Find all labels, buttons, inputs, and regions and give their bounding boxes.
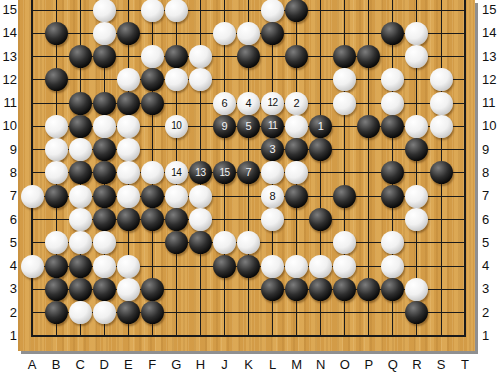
row-label-right-2: 2 (482, 305, 498, 321)
col-label-E: E (118, 357, 138, 373)
stone-M4[interactable] (285, 255, 308, 278)
row-label-left-2: 2 (1, 305, 17, 321)
row-label-left-11: 11 (1, 95, 17, 111)
col-label-A: A (22, 357, 42, 373)
stone-B4[interactable] (45, 255, 68, 278)
stone-H5[interactable] (189, 231, 212, 254)
stone-C3[interactable] (69, 278, 92, 301)
col-label-M: M (287, 357, 307, 373)
stone-E4[interactable] (117, 255, 140, 278)
stone-L6[interactable] (261, 208, 284, 231)
stone-B3[interactable] (45, 278, 68, 301)
col-label-Q: Q (383, 357, 403, 373)
row-label-left-15: 15 (1, 2, 17, 18)
stone-N9[interactable] (309, 138, 332, 161)
stone-L10[interactable]: 11 (261, 115, 284, 138)
col-label-L: L (263, 357, 283, 373)
stone-D15[interactable] (93, 0, 116, 22)
stone-Q4[interactable] (381, 255, 404, 278)
stone-R10[interactable] (405, 115, 428, 138)
stone-F7[interactable] (141, 185, 164, 208)
stone-C13[interactable] (69, 45, 92, 68)
stone-O7[interactable] (333, 185, 356, 208)
stone-D4[interactable] (93, 255, 116, 278)
stone-B2[interactable] (45, 301, 68, 324)
stone-L4[interactable] (261, 255, 284, 278)
move-number-8: 8 (270, 191, 276, 202)
stone-H6[interactable] (189, 208, 212, 231)
stone-D11[interactable] (93, 92, 116, 115)
stone-Q10[interactable] (381, 115, 404, 138)
stone-N10[interactable]: 1 (309, 115, 332, 138)
stone-Q3[interactable] (381, 278, 404, 301)
stone-E3[interactable] (117, 278, 140, 301)
stone-C6[interactable] (69, 208, 92, 231)
row-label-right-15: 15 (482, 2, 498, 18)
stone-D8[interactable] (93, 161, 116, 184)
move-number-4: 4 (245, 98, 251, 109)
row-label-left-7: 7 (1, 188, 17, 204)
stone-J10[interactable]: 9 (213, 115, 236, 138)
stone-F15[interactable] (141, 0, 164, 22)
stone-N3[interactable] (309, 278, 332, 301)
move-number-2: 2 (294, 98, 300, 109)
col-label-B: B (46, 357, 66, 373)
stone-E12[interactable] (117, 68, 140, 91)
move-number-15: 15 (219, 168, 229, 178)
stone-R14[interactable] (405, 22, 428, 45)
stone-O3[interactable] (333, 278, 356, 301)
stone-M11[interactable]: 2 (285, 92, 308, 115)
row-label-right-7: 7 (482, 188, 498, 204)
stone-H7[interactable] (189, 185, 212, 208)
col-label-O: O (335, 357, 355, 373)
row-label-left-12: 12 (1, 72, 17, 88)
move-number-3: 3 (270, 144, 276, 155)
row-label-left-8: 8 (1, 165, 17, 181)
stone-M10[interactable] (285, 115, 308, 138)
row-label-right-8: 8 (482, 165, 498, 181)
stone-E8[interactable] (117, 161, 140, 184)
grid-line-row-1 (31, 335, 466, 337)
move-number-9: 9 (221, 121, 227, 132)
move-number-11: 11 (268, 121, 277, 131)
move-number-12: 12 (268, 98, 278, 108)
stone-R6[interactable] (405, 208, 428, 231)
stone-B7[interactable] (45, 185, 68, 208)
stone-C9[interactable] (69, 138, 92, 161)
stone-S8[interactable] (430, 161, 453, 184)
row-label-right-11: 11 (482, 95, 498, 111)
move-number-1: 1 (318, 121, 324, 132)
stone-J5[interactable] (213, 231, 236, 254)
stone-Q11[interactable] (381, 92, 404, 115)
col-label-P: P (359, 357, 379, 373)
stone-L11[interactable]: 12 (261, 92, 284, 115)
row-label-left-9: 9 (1, 142, 17, 158)
stone-O13[interactable] (333, 45, 356, 68)
stone-L8[interactable] (261, 161, 284, 184)
stone-C11[interactable] (69, 92, 92, 115)
stone-C2[interactable] (69, 301, 92, 324)
stone-D9[interactable] (93, 138, 116, 161)
stone-F13[interactable] (141, 45, 164, 68)
stone-D7[interactable] (93, 185, 116, 208)
stone-E2[interactable] (117, 301, 140, 324)
move-number-10: 10 (171, 121, 181, 131)
stone-Q8[interactable] (381, 161, 404, 184)
stone-H8[interactable]: 13 (189, 161, 212, 184)
stone-N4[interactable] (309, 255, 332, 278)
row-label-right-14: 14 (482, 25, 498, 41)
stone-C5[interactable] (69, 231, 92, 254)
stone-J14[interactable] (213, 22, 236, 45)
col-label-H: H (190, 357, 210, 373)
stone-K4[interactable] (237, 255, 260, 278)
stone-Q14[interactable] (381, 22, 404, 45)
stone-Q5[interactable] (381, 231, 404, 254)
stone-S12[interactable] (430, 68, 453, 91)
stone-F2[interactable] (141, 301, 164, 324)
row-label-left-1: 1 (1, 328, 17, 344)
stone-G13[interactable] (165, 45, 188, 68)
stone-O11[interactable] (333, 92, 356, 115)
row-label-right-13: 13 (482, 49, 498, 65)
stone-C10[interactable] (69, 115, 92, 138)
stone-G12[interactable] (165, 68, 188, 91)
stone-D2[interactable] (93, 301, 116, 324)
stone-S10[interactable] (430, 115, 453, 138)
stone-H13[interactable] (189, 45, 212, 68)
row-label-right-5: 5 (482, 235, 498, 251)
stone-D13[interactable] (93, 45, 116, 68)
row-label-left-4: 4 (1, 258, 17, 274)
stone-D6[interactable] (93, 208, 116, 231)
move-number-7: 7 (245, 167, 251, 178)
stone-F3[interactable] (141, 278, 164, 301)
stone-D14[interactable] (93, 22, 116, 45)
row-label-right-9: 9 (482, 142, 498, 158)
stone-M7[interactable] (285, 185, 308, 208)
stone-M13[interactable] (285, 45, 308, 68)
col-label-K: K (239, 357, 259, 373)
stone-E11[interactable] (117, 92, 140, 115)
stone-D5[interactable] (93, 231, 116, 254)
stone-E7[interactable] (117, 185, 140, 208)
stone-G15[interactable] (165, 0, 188, 22)
stone-N6[interactable] (309, 208, 332, 231)
screen: 641221095111314131578 ABCDEFGHJKLMNOPQRS… (0, 0, 500, 380)
stone-K13[interactable] (237, 45, 260, 68)
col-label-R: R (407, 357, 427, 373)
stone-L3[interactable] (261, 278, 284, 301)
stone-H12[interactable] (189, 68, 212, 91)
col-label-C: C (70, 357, 90, 373)
row-label-right-4: 4 (482, 258, 498, 274)
stone-B14[interactable] (45, 22, 68, 45)
stone-B12[interactable] (45, 68, 68, 91)
stone-S11[interactable] (430, 92, 453, 115)
stone-O5[interactable] (333, 231, 356, 254)
stone-K8[interactable]: 7 (237, 161, 260, 184)
stone-E10[interactable] (117, 115, 140, 138)
stone-E6[interactable] (117, 208, 140, 231)
stone-M3[interactable] (285, 278, 308, 301)
row-label-left-5: 5 (1, 235, 17, 251)
stone-R7[interactable] (405, 185, 428, 208)
stone-P3[interactable] (357, 278, 380, 301)
stone-C7[interactable] (69, 185, 92, 208)
go-board[interactable]: 641221095111314131578 (18, 0, 475, 351)
row-label-right-3: 3 (482, 281, 498, 297)
stone-L15[interactable] (261, 0, 284, 22)
col-label-S: S (431, 357, 451, 373)
col-label-T: T (455, 357, 475, 373)
stone-K10[interactable]: 5 (237, 115, 260, 138)
stone-R13[interactable] (405, 45, 428, 68)
stone-B8[interactable] (45, 161, 68, 184)
grid-line-col-T (464, 0, 466, 337)
row-label-left-10: 10 (1, 118, 17, 134)
col-label-G: G (166, 357, 186, 373)
col-label-F: F (142, 357, 162, 373)
stone-B10[interactable] (45, 115, 68, 138)
stone-K5[interactable] (237, 231, 260, 254)
stone-M15[interactable] (285, 0, 308, 22)
stone-K11[interactable]: 4 (237, 92, 260, 115)
stone-J4[interactable] (213, 255, 236, 278)
stone-G5[interactable] (165, 231, 188, 254)
stone-G7[interactable] (165, 185, 188, 208)
stone-B9[interactable] (45, 138, 68, 161)
stone-L14[interactable] (261, 22, 284, 45)
grid-line-col-A (31, 0, 33, 337)
col-label-N: N (311, 357, 331, 373)
stone-P10[interactable] (357, 115, 380, 138)
stone-G6[interactable] (165, 208, 188, 231)
col-label-D: D (94, 357, 114, 373)
row-label-left-6: 6 (1, 212, 17, 228)
stone-F11[interactable] (141, 92, 164, 115)
stone-F12[interactable] (141, 68, 164, 91)
stone-M8[interactable] (285, 161, 308, 184)
stone-J8[interactable]: 15 (213, 161, 236, 184)
stone-L9[interactable]: 3 (261, 138, 284, 161)
row-label-left-3: 3 (1, 281, 17, 297)
row-label-right-1: 1 (482, 328, 498, 344)
stone-C4[interactable] (69, 255, 92, 278)
stone-G10[interactable]: 10 (165, 115, 188, 138)
stone-D3[interactable] (93, 278, 116, 301)
move-number-14: 14 (171, 168, 181, 178)
stone-C8[interactable] (69, 161, 92, 184)
move-number-5: 5 (245, 121, 251, 132)
row-label-left-13: 13 (1, 49, 17, 65)
stone-Q7[interactable] (381, 185, 404, 208)
move-number-13: 13 (195, 168, 205, 178)
stone-G8[interactable]: 14 (165, 161, 188, 184)
move-number-6: 6 (221, 98, 227, 109)
stone-O4[interactable] (333, 255, 356, 278)
stone-R3[interactable] (405, 278, 428, 301)
stone-M9[interactable] (285, 138, 308, 161)
stone-A4[interactable] (21, 255, 44, 278)
stone-K14[interactable] (237, 22, 260, 45)
stone-D10[interactable] (93, 115, 116, 138)
stone-A7[interactable] (21, 185, 44, 208)
stone-F8[interactable] (141, 161, 164, 184)
stone-E9[interactable] (117, 138, 140, 161)
stone-P13[interactable] (357, 45, 380, 68)
stone-B5[interactable] (45, 231, 68, 254)
stone-O12[interactable] (333, 68, 356, 91)
row-label-right-6: 6 (482, 212, 498, 228)
stone-Q12[interactable] (381, 68, 404, 91)
stone-R2[interactable] (405, 301, 428, 324)
row-label-right-12: 12 (482, 72, 498, 88)
stone-L7[interactable]: 8 (261, 185, 284, 208)
stone-R9[interactable] (405, 138, 428, 161)
row-label-left-14: 14 (1, 25, 17, 41)
stone-E14[interactable] (117, 22, 140, 45)
stone-F6[interactable] (141, 208, 164, 231)
stone-J11[interactable]: 6 (213, 92, 236, 115)
col-label-J: J (214, 357, 234, 373)
row-label-right-10: 10 (482, 118, 498, 134)
